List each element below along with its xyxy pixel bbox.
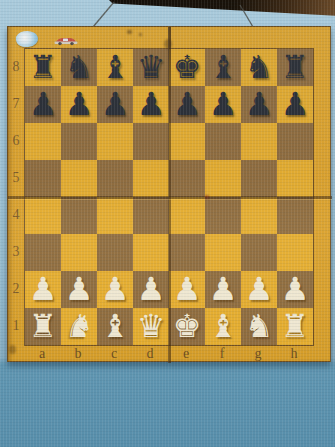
- square-g2[interactable]: ♟: [241, 271, 277, 308]
- square-d7[interactable]: ♟: [133, 86, 169, 123]
- square-b3[interactable]: [61, 234, 97, 271]
- square-f3[interactable]: [205, 234, 241, 271]
- square-c7[interactable]: ♟: [97, 86, 133, 123]
- piece-white-king-icon: ♚: [173, 310, 202, 342]
- square-d6[interactable]: [133, 123, 169, 160]
- piece-black-pawn-icon: ♟: [245, 88, 274, 120]
- piece-white-pawn-icon: ♟: [173, 273, 202, 305]
- square-h2[interactable]: ♟: [277, 271, 313, 308]
- vertical-fold-seam: [168, 27, 171, 363]
- scratch-mark: [9, 345, 16, 354]
- square-c2[interactable]: ♟: [97, 271, 133, 308]
- car-sticker-icon: [54, 36, 78, 46]
- file-label-h: h: [276, 345, 312, 363]
- square-e7[interactable]: ♟: [169, 86, 205, 123]
- square-c1[interactable]: ♝: [97, 308, 133, 345]
- rank-label-3: 3: [8, 233, 24, 270]
- scratch-mark: [139, 33, 142, 36]
- square-d8[interactable]: ♛: [133, 49, 169, 86]
- file-label-g: g: [240, 345, 276, 363]
- piece-black-pawn-icon: ♟: [137, 88, 166, 120]
- piece-white-pawn-icon: ♟: [101, 273, 130, 305]
- piece-black-pawn-icon: ♟: [29, 88, 58, 120]
- square-e3[interactable]: [169, 234, 205, 271]
- square-a4[interactable]: [25, 197, 61, 234]
- piece-white-pawn-icon: ♟: [245, 273, 274, 305]
- piece-white-pawn-icon: ♟: [29, 273, 58, 305]
- photo-scene: 87654321 ♜♞♝♛♚♝♞♜♟♟♟♟♟♟♟♟♟♟♟♟♟♟♟♟♜♞♝♛♚♝♞…: [0, 0, 335, 447]
- square-f7[interactable]: ♟: [205, 86, 241, 123]
- square-f1[interactable]: ♝: [205, 308, 241, 345]
- square-g6[interactable]: [241, 123, 277, 160]
- square-c5[interactable]: [97, 160, 133, 197]
- file-label-b: b: [60, 345, 96, 363]
- square-d1[interactable]: ♛: [133, 308, 169, 345]
- piece-white-knight-icon: ♞: [245, 310, 274, 342]
- square-e2[interactable]: ♟: [169, 271, 205, 308]
- square-e4[interactable]: [169, 197, 205, 234]
- piece-white-pawn-icon: ♟: [281, 273, 310, 305]
- square-c4[interactable]: [97, 197, 133, 234]
- piece-white-rook-icon: ♜: [29, 310, 58, 342]
- square-h5[interactable]: [277, 160, 313, 197]
- square-g4[interactable]: [241, 197, 277, 234]
- rank-label-8: 8: [8, 48, 24, 85]
- square-e5[interactable]: [169, 160, 205, 197]
- square-h7[interactable]: ♟: [277, 86, 313, 123]
- scratch-mark: [164, 39, 172, 49]
- square-c6[interactable]: [97, 123, 133, 160]
- file-label-d: d: [132, 345, 168, 363]
- chessboard: 87654321 ♜♞♝♛♚♝♞♜♟♟♟♟♟♟♟♟♟♟♟♟♟♟♟♟♜♞♝♛♚♝♞…: [7, 26, 331, 362]
- piece-white-pawn-icon: ♟: [65, 273, 94, 305]
- square-g7[interactable]: ♟: [241, 86, 277, 123]
- piece-black-knight-icon: ♞: [65, 51, 94, 83]
- square-a6[interactable]: [25, 123, 61, 160]
- piece-black-bishop-icon: ♝: [101, 51, 130, 83]
- square-g1[interactable]: ♞: [241, 308, 277, 345]
- square-f4[interactable]: [205, 197, 241, 234]
- square-f6[interactable]: [205, 123, 241, 160]
- piece-black-rook-icon: ♜: [29, 51, 58, 83]
- square-h3[interactable]: [277, 234, 313, 271]
- square-a8[interactable]: ♜: [25, 49, 61, 86]
- square-e1[interactable]: ♚: [169, 308, 205, 345]
- square-e6[interactable]: [169, 123, 205, 160]
- piece-white-rook-icon: ♜: [281, 310, 310, 342]
- piece-white-pawn-icon: ♟: [209, 273, 238, 305]
- piece-white-bishop-icon: ♝: [101, 310, 130, 342]
- square-b6[interactable]: [61, 123, 97, 160]
- square-g8[interactable]: ♞: [241, 49, 277, 86]
- shelf-edge: [108, 0, 335, 18]
- square-f8[interactable]: ♝: [205, 49, 241, 86]
- piece-black-pawn-icon: ♟: [209, 88, 238, 120]
- square-a1[interactable]: ♜: [25, 308, 61, 345]
- piece-white-pawn-icon: ♟: [137, 273, 166, 305]
- piece-black-pawn-icon: ♟: [281, 88, 310, 120]
- piece-black-pawn-icon: ♟: [101, 88, 130, 120]
- square-f5[interactable]: [205, 160, 241, 197]
- piece-white-knight-icon: ♞: [65, 310, 94, 342]
- piece-black-queen-icon: ♛: [137, 51, 166, 83]
- rank-label-2: 2: [8, 270, 24, 307]
- piece-black-bishop-icon: ♝: [209, 51, 238, 83]
- square-g5[interactable]: [241, 160, 277, 197]
- square-a7[interactable]: ♟: [25, 86, 61, 123]
- scratch-mark: [127, 30, 132, 34]
- horizontal-fold-seam: [8, 196, 332, 199]
- square-b2[interactable]: ♟: [61, 271, 97, 308]
- rank-label-5: 5: [8, 159, 24, 196]
- square-d4[interactable]: [133, 197, 169, 234]
- rank-label-4: 4: [8, 196, 24, 233]
- piece-black-rook-icon: ♜: [281, 51, 310, 83]
- piece-white-bishop-icon: ♝: [209, 310, 238, 342]
- square-a2[interactable]: ♟: [25, 271, 61, 308]
- square-h6[interactable]: [277, 123, 313, 160]
- square-a3[interactable]: [25, 234, 61, 271]
- square-b1[interactable]: ♞: [61, 308, 97, 345]
- rank-label-6: 6: [8, 122, 24, 159]
- square-a5[interactable]: [25, 160, 61, 197]
- piece-black-knight-icon: ♞: [245, 51, 274, 83]
- file-label-e: e: [168, 345, 204, 363]
- rank-label-1: 1: [8, 307, 24, 344]
- piece-white-queen-icon: ♛: [137, 310, 166, 342]
- square-d2[interactable]: ♟: [133, 271, 169, 308]
- square-h8[interactable]: ♜: [277, 49, 313, 86]
- square-b5[interactable]: [61, 160, 97, 197]
- file-label-f: f: [204, 345, 240, 363]
- square-d5[interactable]: [133, 160, 169, 197]
- square-e8[interactable]: ♚: [169, 49, 205, 86]
- square-g3[interactable]: [241, 234, 277, 271]
- file-label-c: c: [96, 345, 132, 363]
- square-h4[interactable]: [277, 197, 313, 234]
- piece-black-pawn-icon: ♟: [65, 88, 94, 120]
- square-d3[interactable]: [133, 234, 169, 271]
- file-label-a: a: [24, 345, 60, 363]
- square-h1[interactable]: ♜: [277, 308, 313, 345]
- rank-label-7: 7: [8, 85, 24, 122]
- square-c3[interactable]: [97, 234, 133, 271]
- piece-black-pawn-icon: ♟: [173, 88, 202, 120]
- scratch-mark: [205, 195, 209, 199]
- piece-black-king-icon: ♚: [173, 51, 202, 83]
- flower-sticker-icon: [15, 30, 39, 49]
- square-b8[interactable]: ♞: [61, 49, 97, 86]
- square-b7[interactable]: ♟: [61, 86, 97, 123]
- square-c8[interactable]: ♝: [97, 49, 133, 86]
- square-b4[interactable]: [61, 197, 97, 234]
- square-f2[interactable]: ♟: [205, 271, 241, 308]
